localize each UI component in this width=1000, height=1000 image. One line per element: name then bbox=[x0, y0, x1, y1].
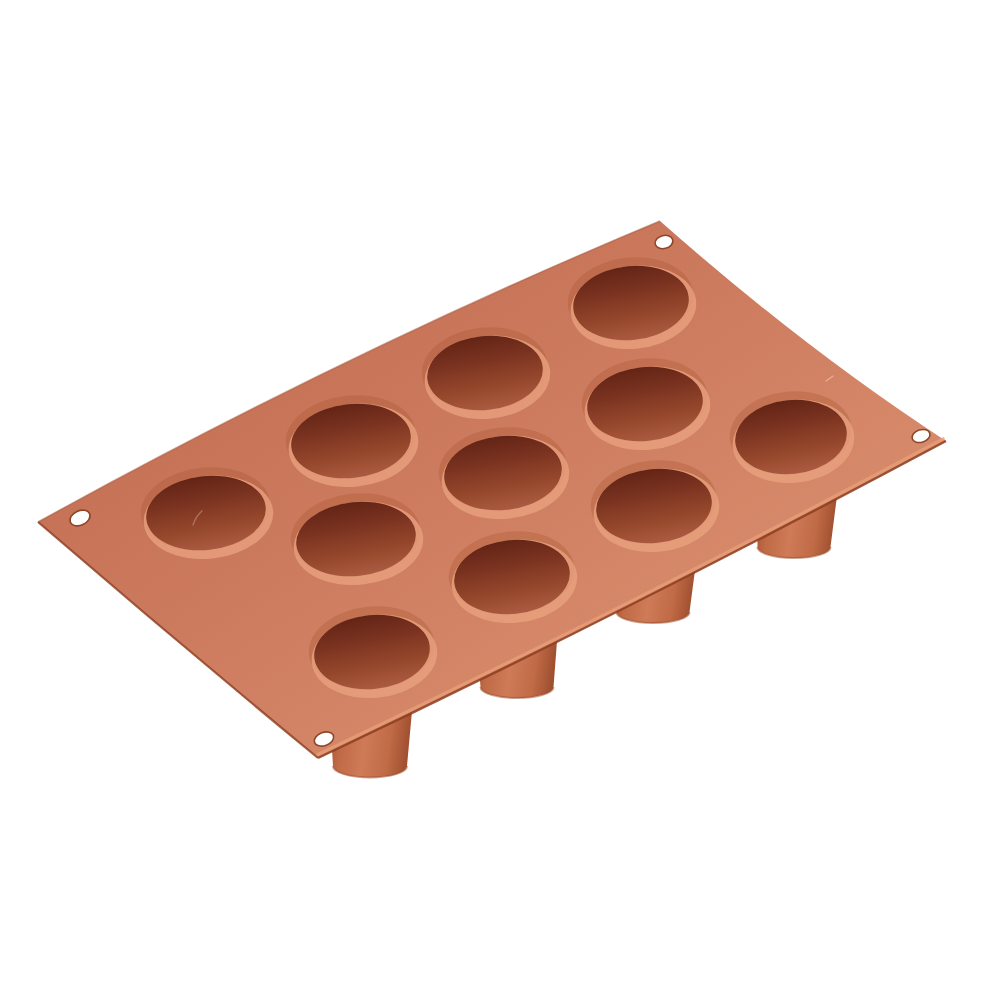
silicone-mold-photo bbox=[0, 0, 1000, 1000]
product-photo bbox=[0, 0, 1000, 1000]
